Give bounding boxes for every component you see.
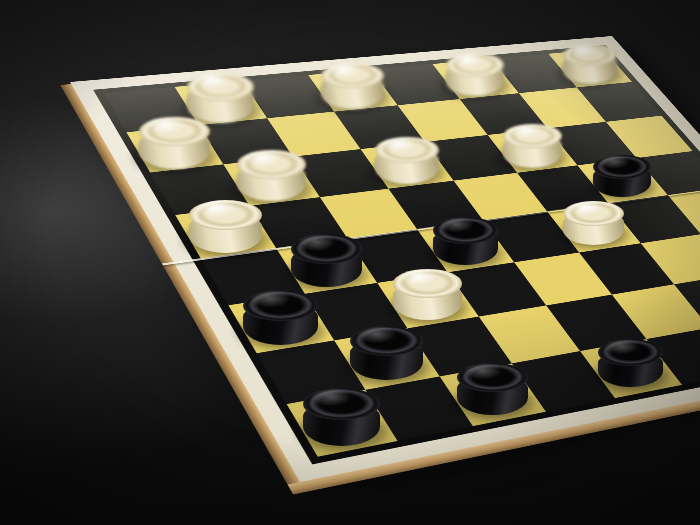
checker-white-r5c6[interactable] (563, 201, 624, 246)
checker-black-r8c1[interactable] (303, 388, 380, 445)
checker-top (393, 269, 462, 298)
checker-top (187, 73, 254, 101)
checker-black-r5c2[interactable] (291, 234, 362, 286)
checker-black-r5c4[interactable] (433, 217, 498, 265)
checker-white-r1c2[interactable] (187, 73, 254, 123)
checker-white-r2c1[interactable] (139, 117, 210, 169)
checker-white-r3c6[interactable] (503, 124, 562, 168)
checker-top (457, 363, 528, 392)
checker-top (321, 63, 383, 89)
checker-white-r3c4[interactable] (375, 137, 439, 184)
checker-white-r6c3[interactable] (393, 269, 462, 320)
checker-white-r4c1[interactable] (189, 200, 262, 254)
checker-black-r8c5[interactable] (598, 339, 663, 387)
checker-white-r1c8[interactable] (563, 44, 617, 84)
checker-top (291, 234, 362, 263)
checker-black-r8c3[interactable] (457, 363, 528, 415)
checker-top (446, 53, 504, 77)
checker-top (433, 217, 498, 244)
checker-top (563, 44, 617, 66)
checker-white-r3c2[interactable] (237, 150, 306, 201)
checker-top (243, 290, 318, 321)
checker-top (375, 137, 439, 163)
checker-top (563, 201, 624, 226)
checker-white-r1c4[interactable] (321, 63, 383, 109)
checker-black-r7c2[interactable] (350, 326, 423, 380)
checker-black-r6c1[interactable] (243, 290, 318, 345)
checker-top (237, 150, 306, 179)
scene (0, 0, 700, 525)
checker-black-r4c7[interactable] (593, 155, 651, 198)
checker-white-r1c6[interactable] (446, 53, 504, 96)
checker-top (593, 155, 651, 179)
checker-top (189, 200, 262, 230)
